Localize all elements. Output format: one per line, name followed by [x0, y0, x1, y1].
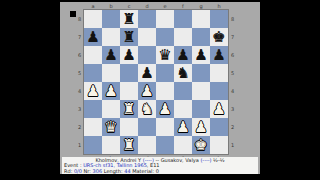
rank-labels-right: 87654321	[230, 10, 235, 154]
footer-text-segment: -- Gusakov, Valya	[154, 157, 201, 163]
black-pawn: ♟	[140, 64, 153, 82]
rank-label-5: 5	[77, 70, 82, 76]
footer-text-segment: 306	[93, 168, 103, 174]
footer-text-segment: Length:	[102, 168, 124, 174]
square-g5	[192, 64, 210, 82]
square-e5	[156, 64, 174, 82]
square-f4	[174, 82, 192, 100]
square-g3	[192, 100, 210, 118]
white-rook: ♜	[122, 100, 135, 118]
square-f1	[174, 136, 192, 154]
square-f7	[174, 28, 192, 46]
black-to-move-indicator	[70, 11, 76, 17]
chess-board: ♜♟♜♚♟♟♛♟♟♟♟♞♟♟♟♜♞♟♟♛♟♟♜♚	[84, 10, 228, 154]
square-d1	[138, 136, 156, 154]
footer-text-segment: Nr:	[82, 168, 93, 174]
black-knight: ♞	[176, 64, 189, 82]
square-b2: ♛	[102, 118, 120, 136]
file-label-a: a	[84, 3, 102, 9]
white-pawn: ♟	[104, 82, 117, 100]
square-h6: ♟	[210, 46, 228, 64]
footer-text-segment: 0	[156, 168, 159, 174]
square-d3: ♞	[138, 100, 156, 118]
square-a8	[84, 10, 102, 28]
black-king: ♚	[212, 28, 225, 46]
rank-label-5: 5	[230, 70, 235, 76]
square-g7	[192, 28, 210, 46]
rank-label-2: 2	[77, 124, 82, 130]
white-pawn: ♟	[86, 82, 99, 100]
square-d8	[138, 10, 156, 28]
square-a6	[84, 46, 102, 64]
rank-label-7: 7	[230, 34, 235, 40]
square-b1	[102, 136, 120, 154]
square-e6: ♛	[156, 46, 174, 64]
rank-label-4: 4	[77, 88, 82, 94]
square-b3	[102, 100, 120, 118]
square-c2	[120, 118, 138, 136]
rank-labels-left: 87654321	[77, 10, 82, 154]
white-pawn: ♟	[194, 118, 207, 136]
square-c1: ♜	[120, 136, 138, 154]
white-queen: ♛	[104, 118, 117, 136]
square-b6: ♟	[102, 46, 120, 64]
square-h3: ♟	[210, 100, 228, 118]
white-king: ♚	[194, 136, 207, 154]
rank-label-3: 3	[230, 106, 235, 112]
square-b7	[102, 28, 120, 46]
square-c4	[120, 82, 138, 100]
square-a5	[84, 64, 102, 82]
square-f6: ♟	[174, 46, 192, 64]
black-pawn: ♟	[194, 46, 207, 64]
square-g8	[192, 10, 210, 28]
square-c7: ♜	[120, 28, 138, 46]
footer-text-segment: Rd:	[64, 168, 74, 174]
square-c8: ♜	[120, 10, 138, 28]
square-e8	[156, 10, 174, 28]
square-c5	[120, 64, 138, 82]
file-labels-top: abcdefgh	[84, 3, 228, 9]
rank-label-7: 7	[77, 34, 82, 40]
white-knight: ♞	[140, 100, 153, 118]
square-g4	[192, 82, 210, 100]
white-pawn: ♟	[158, 100, 171, 118]
black-rook: ♜	[122, 10, 135, 28]
black-rook: ♜	[122, 28, 135, 46]
rank-label-8: 8	[230, 16, 235, 22]
square-d5: ♟	[138, 64, 156, 82]
file-label-d: d	[138, 3, 156, 9]
square-a3	[84, 100, 102, 118]
square-d6	[138, 46, 156, 64]
stats-line: Rd: 0/0 Nr: 306 Length: 44 Material: 0	[64, 169, 256, 174]
file-label-b: b	[102, 3, 120, 9]
white-pawn: ♟	[176, 118, 189, 136]
square-c3: ♜	[120, 100, 138, 118]
square-f5: ♞	[174, 64, 192, 82]
square-c6: ♟	[120, 46, 138, 64]
square-a4: ♟	[84, 82, 102, 100]
square-f8	[174, 10, 192, 28]
rank-label-6: 6	[77, 52, 82, 58]
file-label-h: h	[210, 3, 228, 9]
square-g2: ♟	[192, 118, 210, 136]
square-g1: ♚	[192, 136, 210, 154]
square-e7	[156, 28, 174, 46]
file-label-c: c	[120, 3, 138, 9]
white-pawn: ♟	[140, 82, 153, 100]
square-d4: ♟	[138, 82, 156, 100]
black-pawn: ♟	[212, 46, 225, 64]
square-h8	[210, 10, 228, 28]
square-d7	[138, 28, 156, 46]
file-label-e: e	[156, 3, 174, 9]
square-e4	[156, 82, 174, 100]
footer-text-segment: 0/0	[74, 168, 82, 174]
black-pawn: ♟	[176, 46, 189, 64]
black-queen: ♛	[158, 46, 171, 64]
file-label-g: g	[192, 3, 210, 9]
footer-text-segment: Material:	[131, 168, 156, 174]
square-e2	[156, 118, 174, 136]
footer-text-segment: (----)	[200, 157, 211, 163]
rank-label-8: 8	[77, 16, 82, 22]
black-pawn: ♟	[122, 46, 135, 64]
video-frame: { "game": "chess", "position": { "fen": …	[0, 0, 320, 180]
black-pawn: ♟	[86, 28, 99, 46]
square-e3: ♟	[156, 100, 174, 118]
square-b4: ♟	[102, 82, 120, 100]
footer-text-segment: ½-½	[212, 157, 225, 163]
black-pawn: ♟	[104, 46, 117, 64]
square-a2	[84, 118, 102, 136]
white-rook: ♜	[122, 136, 135, 154]
square-e1	[156, 136, 174, 154]
white-pawn: ♟	[212, 100, 225, 118]
square-b5	[102, 64, 120, 82]
diagram-panel: abcdefgh 87654321 ♜♟♜♚♟♟♛♟♟♟♟♞♟♟♟♜♞♟♟♛♟♟…	[60, 2, 260, 174]
rank-label-1: 1	[230, 142, 235, 148]
square-h2	[210, 118, 228, 136]
rank-label-6: 6	[230, 52, 235, 58]
rank-label-1: 1	[77, 142, 82, 148]
rank-label-4: 4	[230, 88, 235, 94]
file-label-f: f	[174, 3, 192, 9]
rank-label-3: 3	[77, 106, 82, 112]
square-f3	[174, 100, 192, 118]
square-h1	[210, 136, 228, 154]
square-d2	[138, 118, 156, 136]
rank-label-2: 2	[230, 124, 235, 130]
square-h7: ♚	[210, 28, 228, 46]
square-f2: ♟	[174, 118, 192, 136]
square-g6: ♟	[192, 46, 210, 64]
square-h5	[210, 64, 228, 82]
square-a1	[84, 136, 102, 154]
square-a7: ♟	[84, 28, 102, 46]
square-b8	[102, 10, 120, 28]
game-info-footer: Kholmov, Andrei Y (----) -- Gusakov, Val…	[62, 157, 258, 174]
square-h4	[210, 82, 228, 100]
